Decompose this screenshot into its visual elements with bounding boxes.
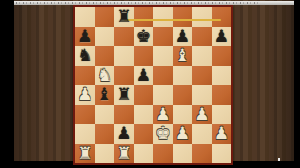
square-h2[interactable]: ♟: [212, 124, 232, 144]
black-king[interactable]: ♚: [136, 27, 151, 47]
black-rook[interactable]: ♜: [116, 85, 131, 105]
square-b8[interactable]: [95, 7, 115, 27]
white-pawn[interactable]: ♟: [155, 105, 170, 125]
square-h8[interactable]: [212, 7, 232, 27]
white-pawn[interactable]: ♟: [194, 105, 209, 125]
square-h1[interactable]: [212, 144, 232, 164]
square-c5[interactable]: [114, 66, 134, 86]
white-king[interactable]: ♚: [155, 124, 170, 144]
square-f4[interactable]: [173, 85, 193, 105]
square-g8[interactable]: [192, 7, 212, 27]
square-h5[interactable]: [212, 66, 232, 86]
white-pawn[interactable]: ♟: [214, 124, 229, 144]
square-d5[interactable]: ♟: [134, 66, 154, 86]
square-d8[interactable]: [134, 7, 154, 27]
square-g6[interactable]: [192, 46, 212, 66]
square-a3[interactable]: [75, 105, 95, 125]
square-g2[interactable]: [192, 124, 212, 144]
black-pawn[interactable]: ♟: [136, 66, 151, 86]
square-b3[interactable]: [95, 105, 115, 125]
annotation-line-c8-h8: [124, 19, 222, 21]
square-c3[interactable]: [114, 105, 134, 125]
black-knight[interactable]: ♞: [77, 46, 92, 66]
black-pawn[interactable]: ♟: [214, 27, 229, 47]
square-b7[interactable]: [95, 27, 115, 47]
square-a8[interactable]: [75, 7, 95, 27]
square-d7[interactable]: ♚: [134, 27, 154, 47]
white-knight[interactable]: ♞: [97, 66, 112, 86]
square-e3[interactable]: ♟: [153, 105, 173, 125]
black-rook[interactable]: ♜: [116, 7, 131, 27]
square-b2[interactable]: [95, 124, 115, 144]
white-rook[interactable]: ♜: [77, 144, 92, 164]
square-f2[interactable]: ♟: [173, 124, 193, 144]
square-g5[interactable]: [192, 66, 212, 86]
square-b6[interactable]: [95, 46, 115, 66]
square-d4[interactable]: [134, 85, 154, 105]
square-d3[interactable]: [134, 105, 154, 125]
square-f3[interactable]: [173, 105, 193, 125]
square-e5[interactable]: [153, 66, 173, 86]
square-b1[interactable]: [95, 144, 115, 164]
square-e7[interactable]: [153, 27, 173, 47]
black-pawn[interactable]: ♟: [77, 27, 92, 47]
mouse-cursor-speck: [278, 158, 280, 161]
square-h6[interactable]: [212, 46, 232, 66]
square-b5[interactable]: ♞: [95, 66, 115, 86]
square-a4[interactable]: ♟: [75, 85, 95, 105]
square-a7[interactable]: ♟: [75, 27, 95, 47]
square-c8[interactable]: ♜: [114, 7, 134, 27]
square-f8[interactable]: [173, 7, 193, 27]
square-e8[interactable]: [153, 7, 173, 27]
square-h3[interactable]: [212, 105, 232, 125]
square-c2[interactable]: ♟: [114, 124, 134, 144]
square-a6[interactable]: ♞: [75, 46, 95, 66]
black-pawn[interactable]: ♟: [116, 124, 131, 144]
square-c6[interactable]: [114, 46, 134, 66]
square-g4[interactable]: [192, 85, 212, 105]
square-d1[interactable]: [134, 144, 154, 164]
square-g3[interactable]: ♟: [192, 105, 212, 125]
white-rook[interactable]: ♜: [116, 144, 131, 164]
screenshot-canvas: ♜♟♚♟♟♞♝♞♟♟♝♜♟♟♟♚♟♟♜♜: [0, 0, 300, 168]
black-bishop[interactable]: ♝: [97, 85, 112, 105]
white-pawn[interactable]: ♟: [175, 124, 190, 144]
white-pawn[interactable]: ♟: [77, 85, 92, 105]
square-a2[interactable]: [75, 124, 95, 144]
square-c1[interactable]: ♜: [114, 144, 134, 164]
square-g7[interactable]: [192, 27, 212, 47]
square-e6[interactable]: [153, 46, 173, 66]
window-title: [16, 2, 260, 4]
square-a5[interactable]: [75, 66, 95, 86]
square-e4[interactable]: [153, 85, 173, 105]
square-f7[interactable]: ♟: [173, 27, 193, 47]
square-f6[interactable]: ♝: [173, 46, 193, 66]
square-e2[interactable]: ♚: [153, 124, 173, 144]
square-h4[interactable]: [212, 85, 232, 105]
square-d6[interactable]: [134, 46, 154, 66]
square-c7[interactable]: [114, 27, 134, 47]
square-b4[interactable]: ♝: [95, 85, 115, 105]
square-h7[interactable]: ♟: [212, 27, 232, 47]
square-g1[interactable]: [192, 144, 212, 164]
square-e1[interactable]: [153, 144, 173, 164]
chess-board[interactable]: ♜♟♚♟♟♞♝♞♟♟♝♜♟♟♟♚♟♟♜♜: [73, 5, 233, 165]
white-bishop[interactable]: ♝: [175, 46, 190, 66]
black-pawn[interactable]: ♟: [175, 27, 190, 47]
square-f5[interactable]: [173, 66, 193, 86]
square-d2[interactable]: [134, 124, 154, 144]
square-f1[interactable]: [173, 144, 193, 164]
square-c4[interactable]: ♜: [114, 85, 134, 105]
square-a1[interactable]: ♜: [75, 144, 95, 164]
